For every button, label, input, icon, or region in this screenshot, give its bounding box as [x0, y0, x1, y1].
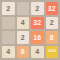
tile-2: 2: [17, 31, 30, 44]
tile-8: 8: [17, 46, 30, 59]
tile-32: 32: [31, 17, 44, 30]
tile-4: 4: [17, 17, 30, 30]
tile-2: 2: [2, 2, 15, 15]
empty-cell: [2, 17, 15, 30]
tile-2: 2: [46, 17, 59, 30]
tile-8: 8: [46, 31, 59, 44]
tile-4: 4: [31, 46, 44, 59]
tile-1024: 1024: [46, 46, 59, 59]
empty-cell: [17, 2, 30, 15]
tile-32: 32: [46, 2, 59, 15]
tile-4: 4: [2, 46, 15, 59]
game-board-2048[interactable]: 2 2 32 4 32 2 2 16 8 4 8 4 1024: [0, 0, 60, 60]
tile-16: 16: [31, 31, 44, 44]
empty-cell: [2, 31, 15, 44]
tile-2: 2: [31, 2, 44, 15]
